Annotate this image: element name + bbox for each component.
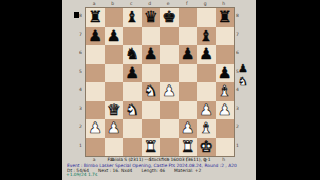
- piece-black-king-e8[interactable]: ♚: [160, 8, 179, 27]
- video-frame: abcdefgh 87654321 87654321 abcdefgh ♜♝♛♚…: [62, 0, 256, 180]
- square-g2[interactable]: ♝: [197, 119, 216, 138]
- piece-black-rook-h8[interactable]: ♜: [216, 8, 235, 27]
- coord-label-h: h: [215, 1, 234, 6]
- piece-white-knight-d4[interactable]: ♞: [142, 82, 161, 101]
- coord-label-6: 6: [235, 44, 240, 63]
- square-d2[interactable]: [142, 119, 161, 138]
- piece-black-bishop-c8[interactable]: ♝: [123, 8, 142, 27]
- square-a6[interactable]: [86, 45, 105, 64]
- square-e2[interactable]: [160, 119, 179, 138]
- square-g1[interactable]: ♚: [197, 138, 216, 157]
- piece-black-rook-a8[interactable]: ♜: [86, 8, 105, 27]
- square-d5[interactable]: [142, 64, 161, 83]
- square-g4[interactable]: [197, 82, 216, 101]
- piece-white-bishop-h4[interactable]: ♝: [216, 82, 235, 101]
- piece-white-pawn-a2[interactable]: ♟: [86, 119, 105, 138]
- square-c6[interactable]: ♞: [123, 45, 142, 64]
- square-b2[interactable]: ♟: [105, 119, 124, 138]
- square-b6[interactable]: [105, 45, 124, 64]
- coord-label-7: 7: [235, 26, 240, 45]
- square-f3[interactable]: [179, 101, 198, 120]
- square-h4[interactable]: ♝: [216, 82, 235, 101]
- length-info: Length: 46: [141, 168, 165, 173]
- square-g5[interactable]: [197, 64, 216, 83]
- next-move-info: Next : 16. Nxd4: [98, 168, 132, 173]
- captured-black-pawn-icon: ♟: [236, 62, 250, 75]
- square-b1[interactable]: [105, 138, 124, 157]
- square-c7[interactable]: [123, 27, 142, 46]
- piece-black-pawn-a7[interactable]: ♟: [86, 27, 105, 46]
- coord-label-8: 8: [235, 7, 240, 26]
- coord-label-g: g: [196, 1, 215, 6]
- square-c3[interactable]: ♞: [123, 101, 142, 120]
- square-c1[interactable]: [123, 138, 142, 157]
- coord-label-2: 2: [78, 118, 83, 137]
- square-d7[interactable]: [142, 27, 161, 46]
- piece-white-rook-f1[interactable]: ♜: [179, 138, 198, 157]
- square-e4[interactable]: ♟: [160, 82, 179, 101]
- coord-label-b: b: [104, 1, 123, 6]
- piece-black-pawn-b7[interactable]: ♟: [105, 27, 124, 46]
- piece-white-queen-b3[interactable]: ♛: [105, 101, 124, 120]
- piece-white-pawn-h3[interactable]: ♟: [216, 101, 235, 120]
- players-result-line: Fabiola S (2311) -- Stockfish 16003 (361…: [62, 157, 256, 162]
- square-e1[interactable]: [160, 138, 179, 157]
- square-f7[interactable]: [179, 27, 198, 46]
- piece-black-pawn-f6[interactable]: ♟: [179, 45, 198, 64]
- square-a5[interactable]: [86, 64, 105, 83]
- captured-white-knight-icon: ♞: [236, 75, 250, 88]
- square-f1[interactable]: ♜: [179, 138, 198, 157]
- square-c2[interactable]: [123, 119, 142, 138]
- square-e7[interactable]: [160, 27, 179, 46]
- square-e6[interactable]: [160, 45, 179, 64]
- square-c5[interactable]: ♟: [123, 64, 142, 83]
- square-f4[interactable]: [179, 82, 198, 101]
- coord-label-4: 4: [78, 81, 83, 100]
- square-g7[interactable]: ♝: [197, 27, 216, 46]
- square-f5[interactable]: [179, 64, 198, 83]
- piece-black-queen-d8[interactable]: ♛: [142, 8, 161, 27]
- piece-white-pawn-b2[interactable]: ♟: [105, 119, 124, 138]
- square-f8[interactable]: [179, 8, 198, 27]
- coord-label-e: e: [159, 1, 178, 6]
- coord-label-5: 5: [78, 63, 83, 82]
- square-e8[interactable]: ♚: [160, 8, 179, 27]
- square-b4[interactable]: [105, 82, 124, 101]
- square-a2[interactable]: ♟: [86, 119, 105, 138]
- coord-label-3: 3: [235, 100, 240, 119]
- square-a4[interactable]: [86, 82, 105, 101]
- square-a8[interactable]: ♜: [86, 8, 105, 27]
- square-g6[interactable]: ♟: [197, 45, 216, 64]
- square-c8[interactable]: ♝: [123, 8, 142, 27]
- piece-black-pawn-g6[interactable]: ♟: [197, 45, 216, 64]
- coord-label-1: 1: [78, 137, 83, 156]
- engine-eval-line: +1.09/24 1.7s: [66, 172, 97, 177]
- coord-label-2: 2: [235, 118, 240, 137]
- rank-labels-left: 87654321: [78, 7, 83, 155]
- square-d6[interactable]: ♟: [142, 45, 161, 64]
- square-a1[interactable]: [86, 138, 105, 157]
- square-d8[interactable]: ♛: [142, 8, 161, 27]
- coord-label-1: 1: [235, 137, 240, 156]
- piece-white-rook-d1[interactable]: ♜: [142, 138, 161, 157]
- square-d3[interactable]: [142, 101, 161, 120]
- square-h8[interactable]: ♜: [216, 8, 235, 27]
- square-d4[interactable]: ♞: [142, 82, 161, 101]
- square-e5[interactable]: [160, 64, 179, 83]
- square-b7[interactable]: ♟: [105, 27, 124, 46]
- square-g8[interactable]: [197, 8, 216, 27]
- board: ♜♝♛♚♜♟♟♝♞♟♟♟♟♟♞♟♝♛♞♟♟♟♟♟♝♜♜♚: [85, 7, 235, 157]
- piece-white-pawn-g3[interactable]: ♟: [197, 101, 216, 120]
- square-e3[interactable]: [160, 101, 179, 120]
- square-h1[interactable]: [216, 138, 235, 157]
- square-h2[interactable]: [216, 119, 235, 138]
- square-f6[interactable]: ♟: [179, 45, 198, 64]
- piece-black-knight-c6[interactable]: ♞: [123, 45, 142, 64]
- square-g3[interactable]: ♟: [197, 101, 216, 120]
- coord-label-7: 7: [78, 26, 83, 45]
- piece-black-pawn-c5[interactable]: ♟: [123, 64, 142, 83]
- square-h6[interactable]: [216, 45, 235, 64]
- piece-white-pawn-e4[interactable]: ♟: [160, 82, 179, 101]
- square-a3[interactable]: [86, 101, 105, 120]
- coord-label-a: a: [85, 1, 104, 6]
- square-d1[interactable]: ♜: [142, 138, 161, 157]
- piece-white-pawn-f2[interactable]: ♟: [179, 119, 198, 138]
- piece-black-bishop-g7[interactable]: ♝: [197, 27, 216, 46]
- piece-white-bishop-g2[interactable]: ♝: [197, 119, 216, 138]
- piece-white-knight-c3[interactable]: ♞: [123, 101, 142, 120]
- coord-label-c: c: [122, 1, 141, 6]
- square-h5[interactable]: ♟: [216, 64, 235, 83]
- square-b8[interactable]: [105, 8, 124, 27]
- square-b5[interactable]: [105, 64, 124, 83]
- material-info: Material: +2: [174, 168, 201, 173]
- coord-label-6: 6: [78, 44, 83, 63]
- coord-label-d: d: [141, 1, 160, 6]
- piece-black-pawn-d6[interactable]: ♟: [142, 45, 161, 64]
- square-a7[interactable]: ♟: [86, 27, 105, 46]
- file-labels-top: abcdefgh: [85, 1, 233, 6]
- coord-label-3: 3: [78, 100, 83, 119]
- black-to-move-indicator: [74, 12, 79, 18]
- piece-white-king-g1[interactable]: ♚: [197, 138, 216, 157]
- piece-black-pawn-h5[interactable]: ♟: [216, 64, 235, 83]
- coord-label-f: f: [178, 1, 197, 6]
- square-h3[interactable]: ♟: [216, 101, 235, 120]
- square-h7[interactable]: [216, 27, 235, 46]
- square-f2[interactable]: ♟: [179, 119, 198, 138]
- square-b3[interactable]: ♛: [105, 101, 124, 120]
- square-c4[interactable]: [123, 82, 142, 101]
- material-tray: ♟ ♞: [236, 62, 250, 88]
